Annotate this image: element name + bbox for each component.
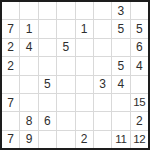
- cell-r3c3[interactable]: [39, 39, 56, 56]
- cell-r1c3[interactable]: [39, 2, 56, 19]
- cell-r5c1[interactable]: [2, 76, 19, 93]
- cell-r1c1[interactable]: [2, 2, 19, 19]
- cell-r8c8[interactable]: 12: [131, 131, 148, 148]
- cell-r4c5[interactable]: [76, 57, 93, 74]
- cell-r3c5[interactable]: [76, 39, 93, 56]
- cell-r8c4[interactable]: [57, 131, 74, 148]
- cell-r6c2[interactable]: [20, 94, 37, 111]
- cell-r5c2[interactable]: [20, 76, 37, 93]
- cell-r3c6[interactable]: [94, 39, 111, 56]
- cell-r2c4[interactable]: [57, 20, 74, 37]
- cell-r1c4[interactable]: [57, 2, 74, 19]
- cell-r8c6[interactable]: [94, 131, 111, 148]
- cell-r1c8[interactable]: [131, 2, 148, 19]
- cell-r7c7[interactable]: [112, 112, 129, 129]
- cell-r3c1[interactable]: 2: [2, 39, 19, 56]
- cell-r6c6[interactable]: [94, 94, 111, 111]
- cell-r1c2[interactable]: [20, 2, 37, 19]
- cell-r2c1[interactable]: 7: [2, 20, 19, 37]
- cell-r2c8[interactable]: 5: [131, 20, 148, 37]
- cell-r8c5[interactable]: 2: [76, 131, 93, 148]
- cell-r7c8[interactable]: 2: [131, 112, 148, 129]
- cell-r8c2[interactable]: 9: [20, 131, 37, 148]
- cell-r4c1[interactable]: 2: [2, 57, 19, 74]
- cell-r4c4[interactable]: [57, 57, 74, 74]
- cell-r5c8[interactable]: [131, 76, 148, 93]
- cell-r5c7[interactable]: 4: [112, 76, 129, 93]
- cell-r2c7[interactable]: 5: [112, 20, 129, 37]
- cell-r8c3[interactable]: [39, 131, 56, 148]
- cell-r7c1[interactable]: [2, 112, 19, 129]
- cell-r2c2[interactable]: 1: [20, 20, 37, 37]
- cell-r4c8[interactable]: 4: [131, 57, 148, 74]
- cell-r6c4[interactable]: [57, 94, 74, 111]
- cell-r3c7[interactable]: [112, 39, 129, 56]
- cell-r7c5[interactable]: [76, 112, 93, 129]
- cell-r4c6[interactable]: [94, 57, 111, 74]
- cell-r6c8[interactable]: 15: [131, 94, 148, 111]
- cell-r5c5[interactable]: [76, 76, 93, 93]
- cell-r5c6[interactable]: 3: [94, 76, 111, 93]
- cell-r6c5[interactable]: [76, 94, 93, 111]
- cell-r2c5[interactable]: 1: [76, 20, 93, 37]
- cell-r1c5[interactable]: [76, 2, 93, 19]
- cell-r5c3[interactable]: 5: [39, 76, 56, 93]
- cell-r2c3[interactable]: [39, 20, 56, 37]
- cell-r7c3[interactable]: 6: [39, 112, 56, 129]
- cell-r5c4[interactable]: [57, 76, 74, 93]
- cell-r2c6[interactable]: [94, 20, 111, 37]
- puzzle-board: 37115524562545347158627921112: [0, 0, 150, 150]
- cell-r8c1[interactable]: 7: [2, 131, 19, 148]
- cell-r4c2[interactable]: [20, 57, 37, 74]
- cell-r7c2[interactable]: 8: [20, 112, 37, 129]
- cell-r6c7[interactable]: [112, 94, 129, 111]
- cell-r7c6[interactable]: [94, 112, 111, 129]
- cell-r6c1[interactable]: 7: [2, 94, 19, 111]
- cell-r3c4[interactable]: 5: [57, 39, 74, 56]
- cell-r4c7[interactable]: 5: [112, 57, 129, 74]
- cell-r1c7[interactable]: 3: [112, 2, 129, 19]
- cell-r3c2[interactable]: 4: [20, 39, 37, 56]
- cell-r8c7[interactable]: 11: [112, 131, 129, 148]
- cell-r4c3[interactable]: [39, 57, 56, 74]
- cell-r1c6[interactable]: [94, 2, 111, 19]
- cell-r7c4[interactable]: [57, 112, 74, 129]
- cell-r6c3[interactable]: [39, 94, 56, 111]
- cell-r3c8[interactable]: 6: [131, 39, 148, 56]
